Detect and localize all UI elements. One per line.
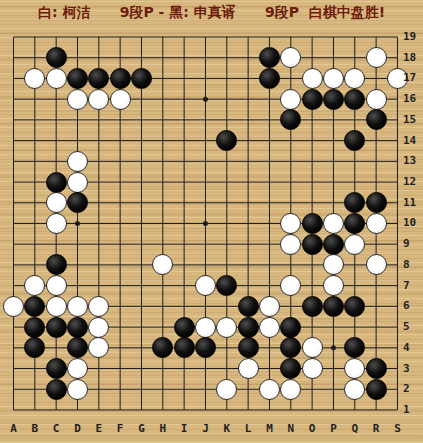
row-label-14: 14: [403, 135, 423, 147]
row-label-11: 11: [403, 197, 423, 209]
stone-D12-white: [67, 172, 88, 193]
stone-E16-white: [88, 89, 109, 110]
stone-O3-white: [302, 358, 323, 379]
stone-E4-white: [88, 337, 109, 358]
stone-N3-black: [280, 358, 301, 379]
stone-N4-black: [280, 337, 301, 358]
stone-C3-black: [46, 358, 67, 379]
col-label-D: D: [66, 422, 88, 435]
stone-J5-white: [195, 317, 216, 338]
stone-N5-black: [280, 317, 301, 338]
stone-O4-white: [302, 337, 323, 358]
stone-F17-black: [110, 68, 131, 89]
col-label-A: A: [3, 422, 25, 435]
stone-O17-white: [302, 68, 323, 89]
stone-E17-black: [88, 68, 109, 89]
stone-K7-black: [216, 275, 237, 296]
stone-P7-white: [323, 275, 344, 296]
row-label-9: 9: [403, 238, 423, 250]
row-label-10: 10: [403, 217, 423, 229]
stone-R8-white: [366, 254, 387, 275]
stone-M17-black: [259, 68, 280, 89]
stone-P10-white: [323, 213, 344, 234]
stone-L4-black: [238, 337, 259, 358]
star-point: [75, 221, 80, 226]
star-point: [203, 97, 208, 102]
stone-O6-black: [302, 296, 323, 317]
stone-P16-black: [323, 89, 344, 110]
stone-C6-white: [46, 296, 67, 317]
stone-R11-black: [366, 192, 387, 213]
stone-P6-black: [323, 296, 344, 317]
stone-N9-white: [280, 234, 301, 255]
stone-N2-white: [280, 379, 301, 400]
stone-Q17-white: [344, 68, 365, 89]
game-result-bar: 白: 柯洁 9段P - 黑: 申真谞 9段P 白棋中盘胜!: [0, 0, 423, 25]
stone-Q16-black: [344, 89, 365, 110]
row-label-2: 2: [403, 383, 423, 395]
row-label-12: 12: [403, 176, 423, 188]
col-label-K: K: [216, 422, 238, 435]
col-label-H: H: [152, 422, 174, 435]
stone-D16-white: [67, 89, 88, 110]
stone-B7-white: [24, 275, 45, 296]
go-app-window: 白: 柯洁 9段P - 黑: 申真谞 9段P 白棋中盘胜! ABCDEFGHIJ…: [0, 0, 423, 443]
stone-G17-black: [131, 68, 152, 89]
row-label-17: 17: [403, 72, 423, 84]
stone-O10-black: [302, 213, 323, 234]
stone-L6-black: [238, 296, 259, 317]
col-label-S: S: [386, 422, 408, 435]
stone-C18-black: [46, 47, 67, 68]
stone-E5-white: [88, 317, 109, 338]
stone-R16-white: [366, 89, 387, 110]
row-label-6: 6: [403, 300, 423, 312]
stone-C8-black: [46, 254, 67, 275]
stone-M18-black: [259, 47, 280, 68]
stone-E6-white: [88, 296, 109, 317]
stone-Q3-white: [344, 358, 365, 379]
stone-R15-black: [366, 109, 387, 130]
stone-O16-black: [302, 89, 323, 110]
stone-C12-black: [46, 172, 67, 193]
col-label-F: F: [109, 422, 131, 435]
stone-B4-black: [24, 337, 45, 358]
stone-C10-white: [46, 213, 67, 234]
row-label-5: 5: [403, 321, 423, 333]
stone-B6-black: [24, 296, 45, 317]
star-point: [203, 221, 208, 226]
row-label-16: 16: [403, 93, 423, 105]
col-label-G: G: [130, 422, 152, 435]
stone-P8-white: [323, 254, 344, 275]
stone-H8-white: [152, 254, 173, 275]
stone-Q11-black: [344, 192, 365, 213]
row-label-4: 4: [403, 342, 423, 354]
stone-R18-white: [366, 47, 387, 68]
stone-Q10-black: [344, 213, 365, 234]
stone-D6-white: [67, 296, 88, 317]
stone-H4-black: [152, 337, 173, 358]
col-label-C: C: [45, 422, 67, 435]
stone-C17-white: [46, 68, 67, 89]
row-label-3: 3: [403, 363, 423, 375]
row-label-13: 13: [403, 155, 423, 167]
col-label-Q: Q: [344, 422, 366, 435]
stone-R2-black: [366, 379, 387, 400]
row-label-15: 15: [403, 114, 423, 126]
col-label-B: B: [24, 422, 46, 435]
stone-F16-white: [110, 89, 131, 110]
stone-M5-white: [259, 317, 280, 338]
stone-D4-black: [67, 337, 88, 358]
stone-D3-white: [67, 358, 88, 379]
stone-R3-black: [366, 358, 387, 379]
col-label-R: R: [365, 422, 387, 435]
stone-C7-white: [46, 275, 67, 296]
stone-K14-black: [216, 130, 237, 151]
stone-J4-black: [195, 337, 216, 358]
stone-I4-black: [174, 337, 195, 358]
stone-P17-white: [323, 68, 344, 89]
stone-Q9-white: [344, 234, 365, 255]
col-label-L: L: [237, 422, 259, 435]
stone-Q6-black: [344, 296, 365, 317]
stone-L3-white: [238, 358, 259, 379]
stone-J7-white: [195, 275, 216, 296]
stone-B17-white: [24, 68, 45, 89]
stone-C5-black: [46, 317, 67, 338]
stone-N10-white: [280, 213, 301, 234]
row-label-7: 7: [403, 280, 423, 292]
stone-Q4-black: [344, 337, 365, 358]
stone-D13-white: [67, 151, 88, 172]
stone-N18-white: [280, 47, 301, 68]
stone-Q2-white: [344, 379, 365, 400]
stone-R10-white: [366, 213, 387, 234]
col-label-I: I: [173, 422, 195, 435]
col-label-O: O: [301, 422, 323, 435]
stone-D11-black: [67, 192, 88, 213]
game-result-text: 白: 柯洁 9段P - 黑: 申真谞 9段P 白棋中盘胜!: [38, 4, 385, 22]
col-label-J: J: [194, 422, 216, 435]
stone-M2-white: [259, 379, 280, 400]
col-label-M: M: [258, 422, 280, 435]
stone-D2-white: [67, 379, 88, 400]
stone-D5-black: [67, 317, 88, 338]
stone-N7-white: [280, 275, 301, 296]
row-label-19: 19: [403, 31, 423, 43]
row-label-8: 8: [403, 259, 423, 271]
stone-Q14-black: [344, 130, 365, 151]
col-label-P: P: [322, 422, 344, 435]
col-label-E: E: [88, 422, 110, 435]
stone-B5-black: [24, 317, 45, 338]
col-label-N: N: [280, 422, 302, 435]
stone-N16-white: [280, 89, 301, 110]
stone-K2-white: [216, 379, 237, 400]
star-point: [331, 345, 336, 350]
stone-A6-white: [3, 296, 24, 317]
stone-M6-white: [259, 296, 280, 317]
stone-D17-black: [67, 68, 88, 89]
stone-I5-black: [174, 317, 195, 338]
row-label-18: 18: [403, 52, 423, 64]
stone-P9-black: [323, 234, 344, 255]
stone-O9-black: [302, 234, 323, 255]
stone-N15-black: [280, 109, 301, 130]
row-label-1: 1: [403, 404, 423, 416]
stone-C11-white: [46, 192, 67, 213]
stone-C2-black: [46, 379, 67, 400]
stone-K5-white: [216, 317, 237, 338]
stone-L5-black: [238, 317, 259, 338]
